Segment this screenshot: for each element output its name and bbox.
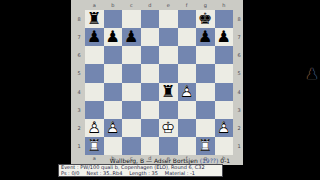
white-pawn-icon: ♟♙ <box>178 83 197 101</box>
square-b1 <box>104 137 123 155</box>
chess-board-frame: abcdefgh abcdefgh 87654321 87654321 ♜♚♟♟… <box>71 0 243 165</box>
square-a3 <box>85 101 104 119</box>
rank-labels-right: 87654321 <box>235 10 243 155</box>
square-e3 <box>159 101 178 119</box>
white-rook-icon: ♜♖ <box>85 137 104 155</box>
black-pawn-icon: ♟ <box>104 28 123 46</box>
square-c5 <box>122 64 141 82</box>
black-pawn-icon: ♟ <box>85 28 104 46</box>
file-labels-top: abcdefgh <box>85 2 233 8</box>
coord-label: 1 <box>235 137 243 155</box>
players-separator: — <box>146 157 152 164</box>
square-a1: ♜♖ <box>85 137 104 155</box>
square-d3 <box>141 101 160 119</box>
coord-label: 8 <box>235 10 243 28</box>
square-b2: ♟♙ <box>104 119 123 137</box>
square-a5 <box>85 64 104 82</box>
square-g2 <box>196 119 215 137</box>
square-c1 <box>122 137 141 155</box>
square-b8 <box>104 10 123 28</box>
game-year: (19??) <box>200 157 219 164</box>
coord-label: 2 <box>235 119 243 137</box>
square-f5 <box>178 64 197 82</box>
coord-label: g <box>196 2 215 8</box>
white-pawn-icon: ♟♙ <box>85 119 104 137</box>
coord-label: e <box>159 2 178 8</box>
square-e1 <box>159 137 178 155</box>
stats-info: Ps : 0/0Next : 35..Rb4Length : 35Materia… <box>61 171 220 177</box>
square-a4 <box>85 83 104 101</box>
black-player-name: Adser Bortsjen <box>154 157 198 164</box>
coord-label: 3 <box>75 101 83 119</box>
square-a2: ♟♙ <box>85 119 104 137</box>
coord-label: 4 <box>75 83 83 101</box>
square-h2: ♟♙ <box>215 119 234 137</box>
black-rook-icon: ♜ <box>85 10 104 28</box>
coord-label: 2 <box>75 119 83 137</box>
square-f8 <box>178 10 197 28</box>
white-pawn-icon: ♟♙ <box>104 119 123 137</box>
square-f6 <box>178 46 197 64</box>
coord-label: 7 <box>235 28 243 46</box>
square-g3 <box>196 101 215 119</box>
coord-label: 4 <box>235 83 243 101</box>
square-f4: ♟♙ <box>178 83 197 101</box>
square-g4 <box>196 83 215 101</box>
black-pawn-icon: ♟ <box>215 28 234 46</box>
square-d2 <box>141 119 160 137</box>
square-d7 <box>141 28 160 46</box>
white-king-icon: ♚♔ <box>159 119 178 137</box>
rank-labels-left: 87654321 <box>75 10 83 155</box>
left-black-bar <box>0 0 71 180</box>
black-pawn-icon: ♟ <box>122 28 141 46</box>
square-c2 <box>122 119 141 137</box>
coord-label: 5 <box>235 64 243 82</box>
square-h5 <box>215 64 234 82</box>
coord-label: d <box>141 2 160 8</box>
square-h3 <box>215 101 234 119</box>
square-g5 <box>196 64 215 82</box>
stat-item: Material : -1 <box>165 170 195 176</box>
square-a6 <box>85 46 104 64</box>
stat-item: Length : 35 <box>129 170 157 176</box>
square-c6 <box>122 46 141 64</box>
coord-label: 6 <box>235 46 243 64</box>
square-d8 <box>141 10 160 28</box>
square-d4 <box>141 83 160 101</box>
square-h1 <box>215 137 234 155</box>
coord-label: 5 <box>75 64 83 82</box>
square-h7: ♟ <box>215 28 234 46</box>
right-black-bar <box>243 0 320 180</box>
square-a7: ♟ <box>85 28 104 46</box>
square-b6 <box>104 46 123 64</box>
coord-label: h <box>215 2 234 8</box>
square-c3 <box>122 101 141 119</box>
coord-label: c <box>122 2 141 8</box>
coord-label: 7 <box>75 28 83 46</box>
square-f7 <box>178 28 197 46</box>
white-pawn-icon: ♟♙ <box>215 119 234 137</box>
stat-item: Next : 35..Rb4 <box>86 170 122 176</box>
offboard-black-pawn-icon: ♟ <box>304 65 320 83</box>
white-player-name: Wallberg, B <box>110 157 144 164</box>
black-rook-icon: ♜ <box>159 83 178 101</box>
square-h4 <box>215 83 234 101</box>
square-b3 <box>104 101 123 119</box>
coord-label: 8 <box>75 10 83 28</box>
square-h8 <box>215 10 234 28</box>
coord-label: 6 <box>75 46 83 64</box>
square-d5 <box>141 64 160 82</box>
square-g8: ♚ <box>196 10 215 28</box>
coord-label: f <box>178 2 197 8</box>
coord-label: 1 <box>75 137 83 155</box>
square-f3 <box>178 101 197 119</box>
square-g7: ♟ <box>196 28 215 46</box>
square-f2 <box>178 119 197 137</box>
square-e4: ♜ <box>159 83 178 101</box>
chess-board: ♜♚♟♟♟♟♟♜♟♙♟♙♟♙♚♔♟♙♜♖♜♖ <box>85 10 233 155</box>
square-g1: ♜♖ <box>196 137 215 155</box>
game-result: 0-1 <box>220 157 230 164</box>
square-c7: ♟ <box>122 28 141 46</box>
square-c8 <box>122 10 141 28</box>
square-e8 <box>159 10 178 28</box>
square-d1 <box>141 137 160 155</box>
square-b4 <box>104 83 123 101</box>
square-h6 <box>215 46 234 64</box>
coord-label: a <box>85 2 104 8</box>
square-e6 <box>159 46 178 64</box>
square-f1 <box>178 137 197 155</box>
coord-label: 3 <box>235 101 243 119</box>
video-frame: abcdefgh abcdefgh 87654321 87654321 ♜♚♟♟… <box>0 0 320 180</box>
square-d6 <box>141 46 160 64</box>
square-c4 <box>122 83 141 101</box>
square-e5 <box>159 64 178 82</box>
square-g6 <box>196 46 215 64</box>
black-king-icon: ♚ <box>196 10 215 28</box>
square-e7 <box>159 28 178 46</box>
square-b5 <box>104 64 123 82</box>
square-a8: ♜ <box>85 10 104 28</box>
game-info-box: Event : PW/100 quali b, Copenhagen (ELO)… <box>58 164 223 177</box>
black-pawn-icon: ♟ <box>196 28 215 46</box>
white-rook-icon: ♜♖ <box>196 137 215 155</box>
square-b7: ♟ <box>104 28 123 46</box>
stat-item: Ps : 0/0 <box>61 170 79 176</box>
coord-label: b <box>104 2 123 8</box>
square-e2: ♚♔ <box>159 119 178 137</box>
